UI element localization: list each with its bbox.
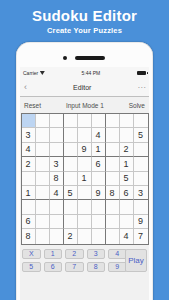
keypad-area: X123456789 Play xyxy=(20,249,149,275)
sudoku-cell-r5c2[interactable] xyxy=(36,172,50,186)
sudoku-cell-r2c7[interactable] xyxy=(106,128,120,142)
sudoku-cell-r8c9[interactable]: 9 xyxy=(134,215,148,229)
sudoku-cell-r3c8[interactable]: 2 xyxy=(120,143,134,157)
sudoku-cell-r3c6[interactable]: 1 xyxy=(92,143,106,157)
key-3[interactable]: 3 xyxy=(87,249,106,260)
input-mode-button[interactable]: Input Mode 1 xyxy=(66,102,104,109)
sudoku-cell-r5c9[interactable] xyxy=(134,172,148,186)
sudoku-cell-r8c2[interactable] xyxy=(36,215,50,229)
key-1[interactable]: 1 xyxy=(44,249,63,260)
sudoku-cell-r9c5[interactable] xyxy=(78,229,92,243)
sudoku-cell-r7c7[interactable] xyxy=(106,200,120,214)
sudoku-cell-r2c2[interactable] xyxy=(36,128,50,142)
sudoku-cell-r4c1[interactable]: 2 xyxy=(22,157,36,171)
sudoku-cell-r5c6[interactable] xyxy=(92,172,106,186)
wifi-icon xyxy=(40,71,45,75)
key-2[interactable]: 2 xyxy=(65,249,84,260)
app-store-screenshot: Sudoku Editor Create Your Puzzles Carrie… xyxy=(0,0,169,300)
sudoku-cell-r3c9[interactable] xyxy=(134,143,148,157)
sudoku-cell-r9c9[interactable]: 7 xyxy=(134,229,148,243)
sudoku-cell-r1c1[interactable] xyxy=(22,114,36,128)
nav-bar: ‹ Editor ⋯ xyxy=(20,79,149,97)
sudoku-cell-r7c6[interactable] xyxy=(92,200,106,214)
sudoku-cell-r2c1[interactable]: 3 xyxy=(22,128,36,142)
sudoku-cell-r5c3[interactable]: 8 xyxy=(50,172,64,186)
key-8[interactable]: 8 xyxy=(87,262,106,273)
sudoku-cell-r1c9[interactable] xyxy=(134,114,148,128)
key-9[interactable]: 9 xyxy=(108,262,127,273)
solve-button[interactable]: Solve xyxy=(129,102,145,109)
sudoku-cell-r1c8[interactable] xyxy=(120,114,134,128)
nav-title: Editor xyxy=(73,84,91,91)
key-6[interactable]: 6 xyxy=(44,262,63,273)
sudoku-cell-r9c7[interactable] xyxy=(106,229,120,243)
sudoku-cell-r6c4[interactable]: 5 xyxy=(64,186,78,200)
editor-toolbar: Reset Input Mode 1 Solve xyxy=(20,97,149,113)
sudoku-cell-r6c7[interactable]: 8 xyxy=(106,186,120,200)
hero-header: Sudoku Editor Create Your Puzzles xyxy=(0,0,169,35)
sudoku-cell-r2c8[interactable] xyxy=(120,128,134,142)
sudoku-cell-r7c2[interactable] xyxy=(36,200,50,214)
sudoku-cell-r1c6[interactable] xyxy=(92,114,106,128)
sudoku-cell-r4c9[interactable] xyxy=(134,157,148,171)
sudoku-cell-r8c6[interactable] xyxy=(92,215,106,229)
sudoku-cell-r3c2[interactable] xyxy=(36,143,50,157)
sudoku-cell-r4c2[interactable] xyxy=(36,157,50,171)
sudoku-cell-r2c3[interactable] xyxy=(50,128,64,142)
key-4[interactable]: 4 xyxy=(108,249,127,260)
phone-screen: Carrier 5:44 PM ‹ Editor ⋯ Reset Input M… xyxy=(20,67,149,300)
sudoku-cell-r9c2[interactable] xyxy=(36,229,50,243)
sudoku-cell-r9c1[interactable]: 8 xyxy=(22,229,36,243)
status-bar: Carrier 5:44 PM xyxy=(20,67,149,79)
sudoku-cell-r5c8[interactable]: 5 xyxy=(120,172,134,186)
sudoku-cell-r2c9[interactable]: 5 xyxy=(134,128,148,142)
camera-icon xyxy=(63,56,67,60)
number-keypad: X123456789 xyxy=(22,249,127,273)
sudoku-cell-r7c9[interactable] xyxy=(134,200,148,214)
sudoku-cell-r3c7[interactable] xyxy=(106,143,120,157)
page-title: Sudoku Editor xyxy=(0,7,169,24)
sudoku-cell-r8c1[interactable]: 6 xyxy=(22,215,36,229)
play-button[interactable]: Play xyxy=(125,249,147,273)
sudoku-cell-r2c5[interactable] xyxy=(78,128,92,142)
sudoku-cell-r1c4[interactable] xyxy=(64,114,78,128)
sudoku-cell-r3c1[interactable]: 4 xyxy=(22,143,36,157)
sudoku-cell-r1c3[interactable] xyxy=(50,114,64,128)
key-x[interactable]: X xyxy=(22,249,41,260)
sudoku-cell-r6c8[interactable]: 6 xyxy=(120,186,134,200)
sudoku-cell-r4c4[interactable] xyxy=(64,157,78,171)
sudoku-cell-r3c5[interactable]: 9 xyxy=(78,143,92,157)
sudoku-cell-r7c5[interactable] xyxy=(78,200,92,214)
sudoku-cell-r7c8[interactable] xyxy=(120,200,134,214)
sudoku-board: 345491223618151459863698247 xyxy=(21,113,149,245)
sudoku-cell-r6c5[interactable] xyxy=(78,186,92,200)
sudoku-cell-r5c4[interactable] xyxy=(64,172,78,186)
sudoku-cell-r6c9[interactable]: 3 xyxy=(134,186,148,200)
more-options-icon[interactable]: ⋯ xyxy=(137,84,145,92)
sudoku-cell-r8c5[interactable] xyxy=(78,215,92,229)
sudoku-cell-r4c8[interactable]: 1 xyxy=(120,157,134,171)
speaker-slot xyxy=(75,56,105,60)
reset-button[interactable]: Reset xyxy=(24,102,41,109)
sudoku-cell-r5c5[interactable]: 1 xyxy=(78,172,92,186)
sudoku-cell-r6c1[interactable]: 1 xyxy=(22,186,36,200)
sudoku-cell-r8c8[interactable] xyxy=(120,215,134,229)
sudoku-cell-r4c7[interactable] xyxy=(106,157,120,171)
phone-mockup: Carrier 5:44 PM ‹ Editor ⋯ Reset Input M… xyxy=(16,42,153,300)
sudoku-cell-r7c3[interactable] xyxy=(50,200,64,214)
status-time: 5:44 PM xyxy=(82,70,101,76)
sudoku-cell-r6c6[interactable]: 9 xyxy=(92,186,106,200)
sudoku-cell-r3c4[interactable] xyxy=(64,143,78,157)
carrier-label: Carrier xyxy=(23,70,38,76)
sudoku-cell-r4c3[interactable]: 3 xyxy=(50,157,64,171)
key-7[interactable]: 7 xyxy=(65,262,84,273)
sudoku-cell-r8c3[interactable] xyxy=(50,215,64,229)
sudoku-cell-r1c2[interactable] xyxy=(36,114,50,128)
sudoku-cell-r8c4[interactable] xyxy=(64,215,78,229)
sudoku-cell-r6c2[interactable] xyxy=(36,186,50,200)
key-5[interactable]: 5 xyxy=(22,262,41,273)
back-chevron-icon[interactable]: ‹ xyxy=(24,83,27,92)
sudoku-cell-r1c5[interactable] xyxy=(78,114,92,128)
sudoku-cell-r2c6[interactable]: 4 xyxy=(92,128,106,142)
sudoku-cell-r9c8[interactable]: 4 xyxy=(120,229,134,243)
sudoku-cell-r9c6[interactable] xyxy=(92,229,106,243)
sudoku-cell-r4c5[interactable] xyxy=(78,157,92,171)
sudoku-cell-r9c4[interactable]: 2 xyxy=(64,229,78,243)
sudoku-cell-r7c4[interactable] xyxy=(64,200,78,214)
sudoku-cell-r4c6[interactable]: 6 xyxy=(92,157,106,171)
sudoku-cell-r5c7[interactable] xyxy=(106,172,120,186)
sudoku-cell-r5c1[interactable] xyxy=(22,172,36,186)
sudoku-cell-r7c1[interactable] xyxy=(22,200,36,214)
sudoku-cell-r3c3[interactable] xyxy=(50,143,64,157)
sudoku-cell-r2c4[interactable] xyxy=(64,128,78,142)
battery-icon xyxy=(137,71,146,75)
sudoku-cell-r6c3[interactable]: 4 xyxy=(50,186,64,200)
sudoku-cell-r1c7[interactable] xyxy=(106,114,120,128)
sudoku-cell-r9c3[interactable] xyxy=(50,229,64,243)
sudoku-cell-r8c7[interactable] xyxy=(106,215,120,229)
page-subtitle: Create Your Puzzles xyxy=(0,26,169,35)
